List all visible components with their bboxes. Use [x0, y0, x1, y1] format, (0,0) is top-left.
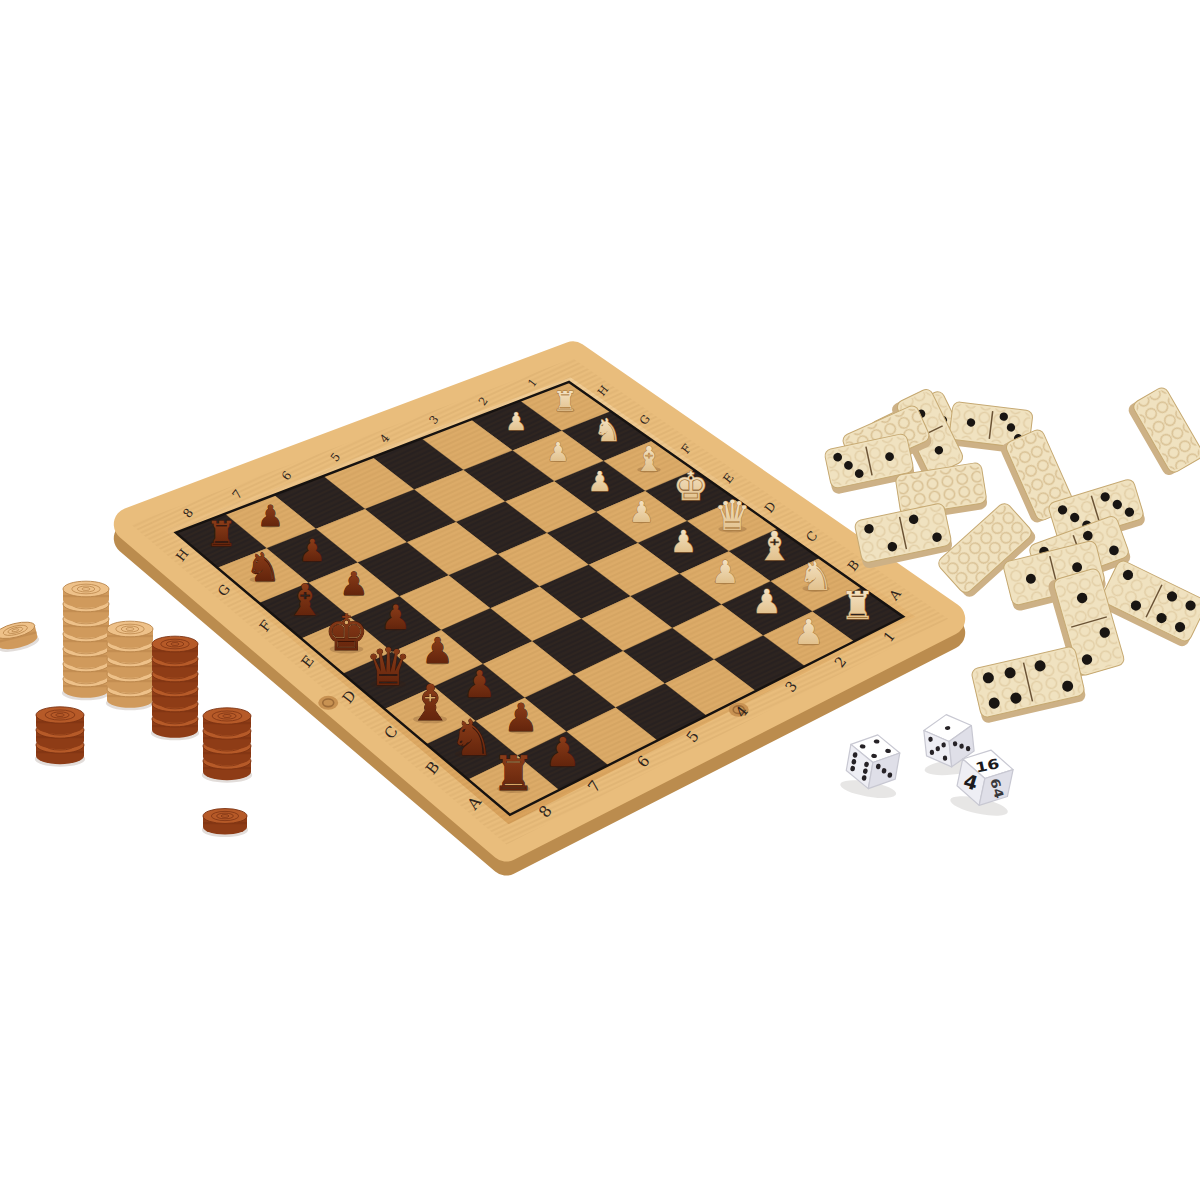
checkers-stack-light-1[interactable]	[0, 619, 41, 656]
piece-white-pawn-b2[interactable]: ♟	[752, 582, 782, 621]
piece-black-queen-d8[interactable]: ♛	[365, 637, 411, 697]
checker-top	[203, 809, 247, 824]
piece-black-bishop-c8[interactable]: ♝	[408, 674, 453, 732]
piece-glyph: ♜	[553, 385, 578, 417]
piece-glyph: ♟	[711, 554, 739, 590]
piece-glyph: ♟	[381, 598, 411, 637]
piece-black-pawn-b7[interactable]: ♟	[504, 695, 539, 740]
piece-black-knight-g8[interactable]: ♞	[245, 545, 280, 590]
scene: HGFEDCBAHGFEDCBA1234567812345678 ♜♟♞♟♝♟♚…	[0, 0, 1200, 1200]
piece-black-bishop-f8[interactable]: ♝	[285, 575, 324, 625]
checker-top	[152, 636, 198, 652]
piece-white-pawn-g2[interactable]: ♟	[546, 437, 569, 467]
piece-glyph: ♝	[756, 523, 792, 569]
wood-knot	[318, 696, 338, 710]
checkers-stack-light-7[interactable]	[62, 581, 110, 700]
piece-glyph: ♟	[752, 582, 782, 621]
piece-glyph: ♛	[365, 637, 411, 697]
piece-glyph: ♟	[505, 407, 527, 436]
piece-black-rook-a8[interactable]: ♜	[492, 746, 535, 801]
checkers-stack-dark-1[interactable]	[202, 809, 248, 838]
piece-black-pawn-d7[interactable]: ♟	[422, 630, 454, 671]
piece-glyph: ♚	[673, 463, 708, 509]
piece-glyph: ♟	[340, 565, 369, 603]
checker-top	[36, 707, 84, 723]
checkers-stack-dark-3[interactable]	[35, 707, 85, 767]
piece-black-pawn-e7[interactable]: ♟	[381, 598, 411, 637]
piece-glyph: ♜	[206, 514, 237, 554]
piece-black-pawn-h7[interactable]: ♟	[257, 499, 283, 533]
piece-white-bishop-c1[interactable]: ♝	[756, 523, 792, 569]
piece-black-rook-h8[interactable]: ♜	[206, 514, 237, 554]
piece-glyph: ♞	[593, 412, 621, 448]
piece-white-knight-g1[interactable]: ♞	[593, 412, 621, 448]
piece-glyph: ♟	[546, 437, 569, 467]
piece-glyph: ♞	[245, 545, 280, 590]
checkers-stack-dark-6[interactable]	[151, 636, 199, 740]
piece-glyph: ♛	[714, 491, 751, 540]
piece-white-rook-a1[interactable]: ♜	[840, 583, 875, 628]
piece-glyph: ♚	[324, 604, 368, 662]
domino-2-2[interactable]	[854, 503, 953, 570]
piece-glyph: ♟	[670, 524, 697, 559]
product-photo: HGFEDCBAHGFEDCBA1234567812345678 ♜♟♞♟♝♟♚…	[0, 0, 1200, 1200]
piece-glyph: ♟	[463, 663, 496, 706]
piece-glyph: ♟	[629, 495, 655, 529]
checker-top	[107, 621, 153, 637]
die[interactable]	[839, 730, 906, 802]
piece-white-rook-h1[interactable]: ♜	[553, 385, 578, 417]
piece-glyph: ♜	[840, 583, 875, 628]
piece-white-pawn-c2[interactable]: ♟	[711, 554, 739, 590]
piece-glyph: ♟	[257, 499, 283, 533]
piece-white-king-e1[interactable]: ♚	[673, 463, 708, 509]
piece-glyph: ♟	[793, 612, 824, 652]
piece-glyph: ♟	[545, 729, 581, 775]
piece-glyph: ♟	[588, 466, 612, 497]
checker-top	[203, 708, 251, 724]
piece-black-pawn-c7[interactable]: ♟	[463, 663, 496, 706]
checker-top	[63, 581, 109, 597]
piece-white-bishop-f1[interactable]: ♝	[633, 439, 664, 479]
piece-glyph: ♟	[299, 533, 326, 568]
piece-white-pawn-h2[interactable]: ♟	[505, 407, 527, 436]
piece-black-pawn-g7[interactable]: ♟	[299, 533, 326, 568]
piece-glyph: ♞	[450, 709, 494, 767]
checkers-stack-light-5[interactable]	[106, 621, 154, 710]
piece-white-pawn-d2[interactable]: ♟	[670, 524, 697, 559]
piece-glyph: ♞	[798, 553, 834, 599]
piece-glyph: ♝	[633, 439, 664, 479]
domino-face-down[interactable]	[1126, 385, 1200, 477]
piece-glyph: ♟	[504, 695, 539, 740]
piece-black-king-e8[interactable]: ♚	[324, 604, 368, 662]
piece-black-pawn-a7[interactable]: ♟	[545, 729, 581, 775]
piece-glyph: ♟	[422, 630, 454, 671]
piece-glyph: ♝	[285, 575, 324, 625]
piece-black-pawn-f7[interactable]: ♟	[340, 565, 369, 603]
piece-black-knight-b8[interactable]: ♞	[450, 709, 494, 767]
checkers-stack-dark-4[interactable]	[202, 708, 252, 783]
piece-white-pawn-a2[interactable]: ♟	[793, 612, 824, 652]
domino-4-2[interactable]	[971, 646, 1087, 724]
piece-white-knight-b1[interactable]: ♞	[798, 553, 834, 599]
piece-white-pawn-e2[interactable]: ♟	[629, 495, 655, 529]
piece-glyph: ♝	[408, 674, 453, 732]
piece-white-pawn-f2[interactable]: ♟	[588, 466, 612, 497]
piece-white-queen-d1[interactable]: ♛	[714, 491, 751, 540]
piece-glyph: ♜	[492, 746, 535, 801]
